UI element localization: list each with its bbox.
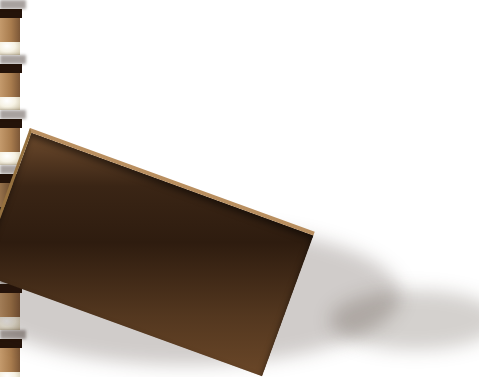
peg-body [0, 128, 20, 152]
peg-body [0, 73, 20, 97]
peg-hole-ring [0, 64, 22, 73]
peg-cap-white [0, 42, 20, 55]
peg-shadow [0, 0, 26, 9]
peg-shadow [0, 55, 26, 64]
peg-shadow [0, 110, 26, 119]
peg-hole-ring [0, 119, 22, 128]
peg-body [0, 348, 20, 372]
peg-hole-ring [0, 9, 22, 18]
peg-body [0, 18, 20, 42]
peg-cap-white [0, 97, 20, 110]
peg-hole-ring [0, 339, 22, 348]
product-photo-scene [0, 0, 479, 377]
peg-cap-white [0, 372, 20, 377]
peg-white-b1[interactable] [0, 55, 479, 110]
peg-white-a1[interactable] [0, 0, 479, 55]
